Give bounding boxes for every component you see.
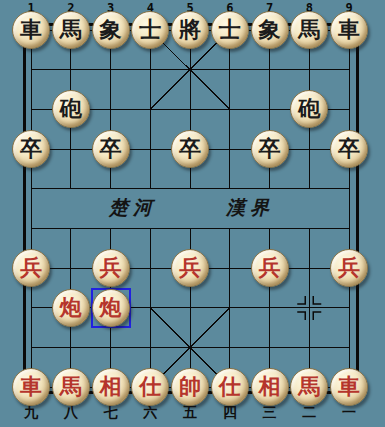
piece-red-elephant[interactable]: 相 [92, 368, 130, 406]
piece-glyph: 兵 [100, 256, 122, 278]
file-label-bottom-5: 五 [177, 404, 203, 422]
board-grid [0, 0, 385, 427]
file-label-bottom-3: 七 [98, 404, 124, 422]
piece-black-horse[interactable]: 馬 [52, 11, 90, 49]
piece-black-general[interactable]: 將 [171, 11, 209, 49]
piece-glyph: 兵 [20, 256, 42, 278]
piece-glyph: 馬 [60, 18, 82, 40]
piece-black-soldier[interactable]: 卒 [92, 130, 130, 168]
piece-glyph: 士 [219, 18, 241, 40]
file-label-bottom-1: 九 [18, 404, 44, 422]
piece-glyph: 帥 [179, 375, 201, 397]
piece-glyph: 炮 [100, 296, 122, 318]
file-label-bottom-4: 六 [137, 404, 163, 422]
piece-black-advisor[interactable]: 士 [131, 11, 169, 49]
piece-glyph: 卒 [259, 137, 281, 159]
piece-glyph: 卒 [338, 137, 360, 159]
piece-glyph: 車 [20, 375, 42, 397]
piece-red-soldier[interactable]: 兵 [92, 249, 130, 287]
piece-red-soldier[interactable]: 兵 [171, 249, 209, 287]
piece-glyph: 車 [20, 18, 42, 40]
piece-red-soldier[interactable]: 兵 [330, 249, 368, 287]
piece-glyph: 相 [100, 375, 122, 397]
piece-glyph: 卒 [20, 137, 42, 159]
piece-glyph: 兵 [338, 256, 360, 278]
piece-glyph: 炮 [60, 296, 82, 318]
piece-red-cannon[interactable]: 炮 [92, 289, 130, 327]
piece-glyph: 兵 [259, 256, 281, 278]
file-label-bottom-8: 二 [296, 404, 322, 422]
piece-glyph: 車 [338, 375, 360, 397]
piece-black-rook[interactable]: 車 [12, 11, 50, 49]
piece-glyph: 卒 [179, 137, 201, 159]
piece-black-elephant[interactable]: 象 [92, 11, 130, 49]
piece-glyph: 仕 [219, 375, 241, 397]
piece-red-advisor[interactable]: 仕 [211, 368, 249, 406]
piece-glyph: 相 [259, 375, 281, 397]
piece-red-soldier[interactable]: 兵 [12, 249, 50, 287]
piece-red-elephant[interactable]: 相 [251, 368, 289, 406]
piece-glyph: 將 [179, 18, 201, 40]
piece-glyph: 仕 [139, 375, 161, 397]
file-label-bottom-7: 三 [257, 404, 283, 422]
piece-glyph: 卒 [100, 137, 122, 159]
file-label-bottom-6: 四 [217, 404, 243, 422]
piece-black-elephant[interactable]: 象 [251, 11, 289, 49]
piece-glyph: 砲 [60, 97, 82, 119]
river-label-chu-he: 楚河 [109, 195, 157, 221]
piece-glyph: 象 [100, 18, 122, 40]
piece-glyph: 馬 [60, 375, 82, 397]
piece-glyph: 車 [338, 18, 360, 40]
piece-red-cannon[interactable]: 炮 [52, 289, 90, 327]
piece-red-horse[interactable]: 馬 [52, 368, 90, 406]
piece-glyph: 馬 [298, 18, 320, 40]
piece-black-horse[interactable]: 馬 [290, 11, 328, 49]
piece-black-soldier[interactable]: 卒 [330, 130, 368, 168]
piece-glyph: 兵 [179, 256, 201, 278]
file-label-bottom-2: 八 [58, 404, 84, 422]
piece-black-cannon[interactable]: 砲 [52, 90, 90, 128]
piece-glyph: 象 [259, 18, 281, 40]
piece-black-soldier[interactable]: 卒 [171, 130, 209, 168]
piece-black-soldier[interactable]: 卒 [251, 130, 289, 168]
river-label-han-jie: 漢界 [226, 195, 274, 221]
piece-black-soldier[interactable]: 卒 [12, 130, 50, 168]
piece-glyph: 馬 [298, 375, 320, 397]
file-label-bottom-9: 一 [336, 404, 362, 422]
piece-glyph: 砲 [298, 97, 320, 119]
piece-black-rook[interactable]: 車 [330, 11, 368, 49]
piece-red-soldier[interactable]: 兵 [251, 249, 289, 287]
piece-glyph: 士 [139, 18, 161, 40]
xiangqi-board[interactable]: 123456789 九八七六五四三二一 楚河 漢界 車馬象士將士象馬車砲砲卒卒卒… [0, 0, 385, 427]
piece-black-advisor[interactable]: 士 [211, 11, 249, 49]
